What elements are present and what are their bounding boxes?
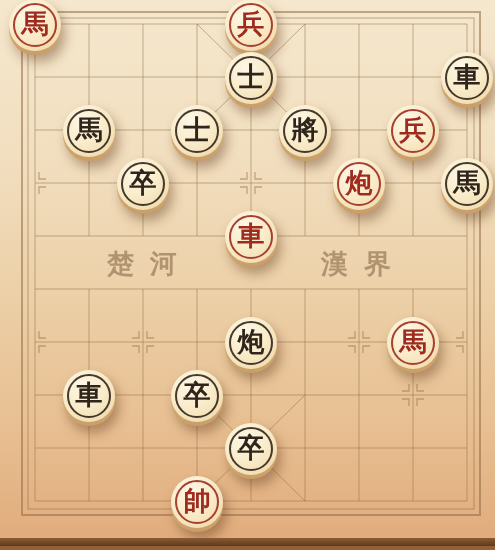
board-point-i8[interactable] [440, 104, 494, 157]
board-point-f2[interactable] [278, 422, 332, 475]
board-point-d7[interactable] [170, 157, 224, 210]
board-point-e1[interactable] [224, 475, 278, 528]
piece-glyph: 車 [238, 222, 265, 249]
piece-glyph: 馬 [454, 169, 481, 196]
board-point-d3[interactable]: 卒 [170, 369, 224, 422]
table-edge-front [0, 546, 495, 550]
board-point-c2[interactable] [116, 422, 170, 475]
black-piece-p-e2[interactable]: 卒 [225, 423, 277, 475]
piece-face: 車 [441, 52, 493, 104]
board-point-h5[interactable] [386, 263, 440, 316]
piece-face: 卒 [171, 370, 223, 422]
board-point-g2[interactable] [332, 422, 386, 475]
piece-face: 馬 [387, 317, 439, 369]
board-point-g9[interactable] [332, 51, 386, 104]
board-point-g10[interactable] [332, 0, 386, 51]
board-point-e10[interactable]: 兵 [224, 0, 278, 51]
board-point-e7[interactable] [224, 157, 278, 210]
board-point-b5[interactable] [62, 263, 116, 316]
board-point-i3[interactable] [440, 369, 494, 422]
board-point-c9[interactable] [116, 51, 170, 104]
board-point-a3[interactable] [8, 369, 62, 422]
board-point-h7[interactable] [386, 157, 440, 210]
board-point-i9[interactable]: 車 [440, 51, 494, 104]
piece-face: 將 [279, 105, 331, 157]
piece-glyph: 帥 [184, 487, 211, 514]
piece-face: 卒 [225, 423, 277, 475]
piece-face: 馬 [441, 158, 493, 210]
board-point-b6[interactable] [62, 210, 116, 263]
piece-glyph: 卒 [238, 434, 265, 461]
red-piece-p-h8[interactable]: 兵 [387, 105, 439, 157]
board-point-f5[interactable] [278, 263, 332, 316]
red-piece-k-d1[interactable]: 帥 [171, 476, 223, 528]
board-point-c7[interactable]: 卒 [116, 157, 170, 210]
board-point-e4[interactable]: 炮 [224, 316, 278, 369]
board-point-i5[interactable] [440, 263, 494, 316]
board-point-b8[interactable]: 馬 [62, 104, 116, 157]
black-piece-n-i7[interactable]: 馬 [441, 158, 493, 210]
board-point-h1[interactable] [386, 475, 440, 528]
board-point-i4[interactable] [440, 316, 494, 369]
board-point-d5[interactable] [170, 263, 224, 316]
board-point-d8[interactable]: 士 [170, 104, 224, 157]
piece-face: 兵 [387, 105, 439, 157]
board-point-c5[interactable] [116, 263, 170, 316]
board-point-i1[interactable] [440, 475, 494, 528]
table-edge-shadow [0, 538, 495, 546]
board-point-a7[interactable] [8, 157, 62, 210]
black-piece-p-c7[interactable]: 卒 [117, 158, 169, 210]
board-point-b4[interactable] [62, 316, 116, 369]
board-point-d10[interactable] [170, 0, 224, 51]
board-point-e2[interactable]: 卒 [224, 422, 278, 475]
board-point-f7[interactable] [278, 157, 332, 210]
piece-glyph: 馬 [400, 328, 427, 355]
board-point-b10[interactable] [62, 0, 116, 51]
board-point-c10[interactable] [116, 0, 170, 51]
board-point-d9[interactable] [170, 51, 224, 104]
board-point-h10[interactable] [386, 0, 440, 51]
board-point-a4[interactable] [8, 316, 62, 369]
piece-glyph: 炮 [346, 169, 373, 196]
board-point-g3[interactable] [332, 369, 386, 422]
piece-glyph: 炮 [238, 328, 265, 355]
board-point-b7[interactable] [62, 157, 116, 210]
piece-face: 車 [225, 211, 277, 263]
piece-face: 炮 [333, 158, 385, 210]
board-point-a9[interactable] [8, 51, 62, 104]
board-grid: 馬兵士車馬士將兵卒炮馬車炮馬車卒卒帥 [8, 0, 494, 528]
piece-face: 帥 [171, 476, 223, 528]
piece-glyph: 卒 [130, 169, 157, 196]
board-point-f3[interactable] [278, 369, 332, 422]
board-point-e8[interactable] [224, 104, 278, 157]
piece-face: 士 [171, 105, 223, 157]
board-point-c1[interactable] [116, 475, 170, 528]
board-point-i2[interactable] [440, 422, 494, 475]
piece-glyph: 兵 [238, 10, 265, 37]
board-point-i6[interactable] [440, 210, 494, 263]
board-point-c4[interactable] [116, 316, 170, 369]
xiangqi-board: 楚河 漢界 馬兵士車馬士將兵卒炮馬車炮馬車卒卒帥 [0, 0, 495, 550]
board-point-d4[interactable] [170, 316, 224, 369]
black-piece-n-b8[interactable]: 馬 [63, 105, 115, 157]
piece-glyph: 將 [292, 116, 319, 143]
board-point-d2[interactable] [170, 422, 224, 475]
board-point-a10[interactable]: 馬 [8, 0, 62, 51]
black-piece-a-d8[interactable]: 士 [171, 105, 223, 157]
piece-glyph: 馬 [22, 10, 49, 37]
black-piece-r-i9[interactable]: 車 [441, 52, 493, 104]
red-piece-n-a10[interactable]: 馬 [9, 0, 61, 51]
piece-face: 馬 [63, 105, 115, 157]
board-point-c8[interactable] [116, 104, 170, 157]
piece-glyph: 士 [184, 116, 211, 143]
board-point-e6[interactable]: 車 [224, 210, 278, 263]
board-point-f6[interactable] [278, 210, 332, 263]
board-point-g1[interactable] [332, 475, 386, 528]
piece-face: 炮 [225, 317, 277, 369]
board-point-f4[interactable] [278, 316, 332, 369]
piece-face: 車 [63, 370, 115, 422]
piece-face: 馬 [9, 0, 61, 51]
black-piece-k-f8[interactable]: 將 [279, 105, 331, 157]
board-point-h3[interactable] [386, 369, 440, 422]
board-point-e9[interactable]: 士 [224, 51, 278, 104]
board-point-a1[interactable] [8, 475, 62, 528]
board-point-b1[interactable] [62, 475, 116, 528]
black-piece-r-b3[interactable]: 車 [63, 370, 115, 422]
piece-glyph: 士 [238, 63, 265, 90]
board-point-h6[interactable] [386, 210, 440, 263]
board-point-a6[interactable] [8, 210, 62, 263]
black-piece-a-e9[interactable]: 士 [225, 52, 277, 104]
board-point-d6[interactable] [170, 210, 224, 263]
piece-glyph: 車 [454, 63, 481, 90]
board-point-h2[interactable] [386, 422, 440, 475]
piece-face: 士 [225, 52, 277, 104]
piece-glyph: 馬 [76, 116, 103, 143]
piece-face: 卒 [117, 158, 169, 210]
black-piece-p-d3[interactable]: 卒 [171, 370, 223, 422]
board-point-c6[interactable] [116, 210, 170, 263]
board-point-f9[interactable] [278, 51, 332, 104]
board-point-a5[interactable] [8, 263, 62, 316]
red-piece-c-g7[interactable]: 炮 [333, 158, 385, 210]
board-point-h4[interactable]: 馬 [386, 316, 440, 369]
board-point-a8[interactable] [8, 104, 62, 157]
piece-face: 兵 [225, 0, 277, 51]
board-point-c3[interactable] [116, 369, 170, 422]
board-point-i10[interactable] [440, 0, 494, 51]
piece-glyph: 卒 [184, 381, 211, 408]
board-point-f10[interactable] [278, 0, 332, 51]
piece-glyph: 車 [76, 381, 103, 408]
board-point-f1[interactable] [278, 475, 332, 528]
black-piece-c-e4[interactable]: 炮 [225, 317, 277, 369]
board-point-i7[interactable]: 馬 [440, 157, 494, 210]
red-piece-n-h4[interactable]: 馬 [387, 317, 439, 369]
board-point-g8[interactable] [332, 104, 386, 157]
board-point-g4[interactable] [332, 316, 386, 369]
board-point-h8[interactable]: 兵 [386, 104, 440, 157]
red-piece-p-e10[interactable]: 兵 [225, 0, 277, 51]
piece-glyph: 兵 [400, 116, 427, 143]
board-point-f8[interactable]: 將 [278, 104, 332, 157]
board-point-a2[interactable] [8, 422, 62, 475]
board-point-e3[interactable] [224, 369, 278, 422]
board-point-b9[interactable] [62, 51, 116, 104]
board-point-b2[interactable] [62, 422, 116, 475]
board-point-b3[interactable]: 車 [62, 369, 116, 422]
board-point-h9[interactable] [386, 51, 440, 104]
board-point-d1[interactable]: 帥 [170, 475, 224, 528]
red-piece-r-e6[interactable]: 車 [225, 211, 277, 263]
board-point-g5[interactable] [332, 263, 386, 316]
board-point-e5[interactable] [224, 263, 278, 316]
board-point-g6[interactable] [332, 210, 386, 263]
board-point-g7[interactable]: 炮 [332, 157, 386, 210]
